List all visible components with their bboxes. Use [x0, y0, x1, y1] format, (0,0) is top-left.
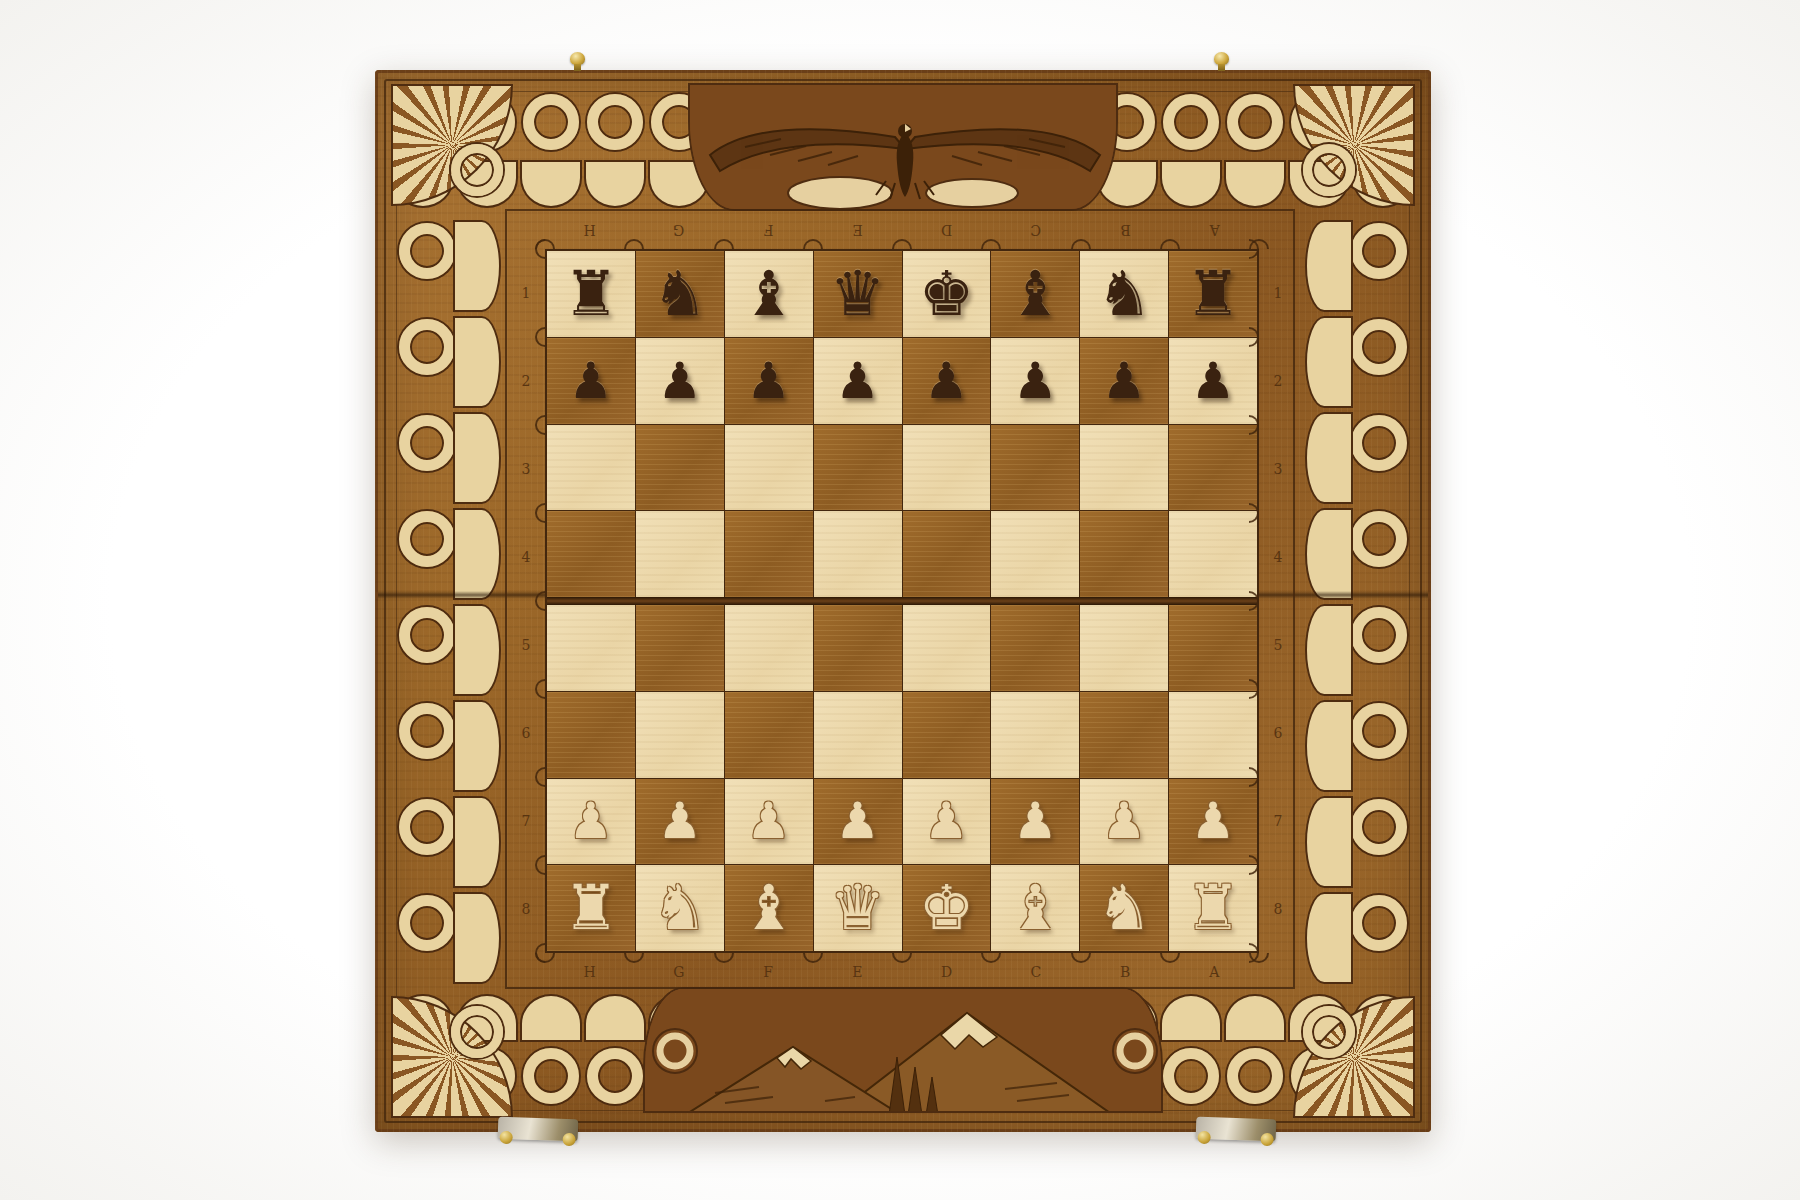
- square-g8: ♞: [1080, 251, 1168, 337]
- piece-white-bishop: ♝: [1008, 877, 1064, 939]
- square-f3: [991, 692, 1079, 778]
- square-h3: [1169, 692, 1257, 778]
- rank-label-6: 6: [507, 689, 545, 777]
- rank-label-5: 5: [507, 601, 545, 689]
- piece-black-bishop: ♝: [741, 263, 797, 325]
- piece-white-bishop: ♝: [741, 877, 797, 939]
- square-c8: ♝: [725, 251, 813, 337]
- file-label-B: B: [1081, 953, 1170, 991]
- eagle-carving-icon: [688, 83, 1118, 211]
- square-a3: [547, 692, 635, 778]
- square-b6: [636, 425, 724, 511]
- scroll-crest-ornament-icon: [1224, 86, 1286, 210]
- scroll-crest-ornament-icon: [391, 796, 503, 888]
- square-d6: [814, 425, 902, 511]
- scroll-crest-ornament-icon: [1303, 700, 1415, 792]
- scroll-crest-ornament-icon: [391, 892, 503, 984]
- scallop-notch-icon: [1071, 239, 1091, 249]
- rank-label-6: 6: [1259, 689, 1297, 777]
- corner-fan-rosette-icon: [391, 84, 513, 206]
- piece-white-knight: ♞: [652, 877, 708, 939]
- square-b2: ♟: [636, 779, 724, 865]
- piece-black-pawn: ♟: [1013, 356, 1058, 406]
- rank-label-2: 2: [507, 337, 545, 425]
- piece-black-pawn: ♟: [746, 356, 791, 406]
- square-f4: [991, 605, 1079, 691]
- board-fold-seam: [547, 597, 1257, 605]
- square-d7: ♟: [814, 338, 902, 424]
- board-bottom-half: ♟♟♟♟♟♟♟♟♜♞♝♛♚♝♞♜: [547, 605, 1257, 951]
- file-label-A: A: [1170, 953, 1259, 991]
- piece-black-pawn: ♟: [835, 356, 880, 406]
- scroll-crest-ornament-icon: [584, 992, 646, 1112]
- file-label-D: D: [902, 953, 991, 991]
- square-g5: [1080, 511, 1168, 597]
- scroll-crest-ornament-icon: [584, 86, 646, 210]
- scroll-crest-ornament-icon: [1303, 892, 1415, 984]
- square-c4: [725, 605, 813, 691]
- square-a5: [547, 511, 635, 597]
- scroll-crest-ornament-icon: [1303, 508, 1415, 600]
- square-c5: [725, 511, 813, 597]
- scroll-crest-ornament-icon: [1303, 220, 1415, 312]
- file-label-F: F: [724, 211, 813, 249]
- square-c2: ♟: [725, 779, 813, 865]
- scroll-crest-ornament-icon: [1303, 316, 1415, 408]
- piece-black-bishop: ♝: [1008, 263, 1064, 325]
- square-g3: [1080, 692, 1168, 778]
- scroll-crest-ornament-icon: [520, 86, 582, 210]
- scroll-crest-ornament-icon: [1303, 604, 1415, 696]
- square-g4: [1080, 605, 1168, 691]
- square-a7: ♟: [547, 338, 635, 424]
- rank-label-2: 2: [1259, 337, 1297, 425]
- square-f2: ♟: [991, 779, 1079, 865]
- scroll-crest-ornament-icon: [391, 412, 503, 504]
- piece-white-king: ♚: [919, 877, 975, 939]
- scroll-crest-ornament-icon: [1160, 992, 1222, 1112]
- rank-label-5: 5: [1259, 601, 1297, 689]
- file-label-G: G: [634, 211, 723, 249]
- square-c7: ♟: [725, 338, 813, 424]
- file-label-H: H: [545, 211, 634, 249]
- scallop-notch-icon: [1249, 239, 1269, 249]
- rank-label-7: 7: [1259, 777, 1297, 865]
- square-d3: [814, 692, 902, 778]
- square-g6: [1080, 425, 1168, 511]
- scallop-notch-icon: [535, 943, 545, 963]
- square-h2: ♟: [1169, 779, 1257, 865]
- square-g1: ♞: [1080, 865, 1168, 951]
- piece-white-knight: ♞: [1096, 877, 1152, 939]
- piece-white-rook: ♜: [1185, 877, 1241, 939]
- rank-label-1: 1: [1259, 249, 1297, 337]
- square-c6: [725, 425, 813, 511]
- chess-board: ♜♞♝♛♚♝♞♜♟♟♟♟♟♟♟♟ ♟♟♟♟♟♟♟♟♜♞♝♛♚♝♞♜: [545, 249, 1259, 953]
- ornament-band-right: [1303, 212, 1415, 992]
- scroll-crest-ornament-icon: [1224, 992, 1286, 1112]
- scroll-crest-ornament-icon: [391, 220, 503, 312]
- scroll-crest-ornament-icon: [1303, 412, 1415, 504]
- rank-label-3: 3: [507, 425, 545, 513]
- file-label-H: H: [545, 953, 634, 991]
- piece-white-pawn: ♟: [1191, 796, 1236, 846]
- rank-label-3: 3: [1259, 425, 1297, 513]
- piece-white-pawn: ♟: [746, 796, 791, 846]
- rank-label-4: 4: [507, 513, 545, 601]
- playing-area: HGFEDCBA HGFEDCBA 12345678 12345678 ♜♞♝♛…: [505, 209, 1295, 989]
- square-b3: [636, 692, 724, 778]
- piece-white-pawn: ♟: [569, 796, 614, 846]
- brass-hinge-knob-icon: [570, 52, 585, 65]
- rank-label-8: 8: [1259, 865, 1297, 953]
- piece-black-rook: ♜: [563, 263, 619, 325]
- piece-black-knight: ♞: [1096, 263, 1152, 325]
- square-a2: ♟: [547, 779, 635, 865]
- square-b7: ♟: [636, 338, 724, 424]
- file-label-G: G: [634, 953, 723, 991]
- rank-label-7: 7: [507, 777, 545, 865]
- square-b5: [636, 511, 724, 597]
- piece-white-pawn: ♟: [657, 796, 702, 846]
- square-d2: ♟: [814, 779, 902, 865]
- scroll-crest-ornament-icon: [391, 604, 503, 696]
- square-b8: ♞: [636, 251, 724, 337]
- piece-black-pawn: ♟: [657, 356, 702, 406]
- square-a8: ♜: [547, 251, 635, 337]
- piece-white-pawn: ♟: [835, 796, 880, 846]
- square-e3: [903, 692, 991, 778]
- square-h1: ♜: [1169, 865, 1257, 951]
- square-h6: [1169, 425, 1257, 511]
- square-a6: [547, 425, 635, 511]
- file-label-C: C: [991, 953, 1080, 991]
- file-label-D: D: [902, 211, 991, 249]
- scroll-crest-ornament-icon: [391, 508, 503, 600]
- piece-black-king: ♚: [919, 263, 975, 325]
- square-h7: ♟: [1169, 338, 1257, 424]
- piece-white-pawn: ♟: [1013, 796, 1058, 846]
- square-f5: [991, 511, 1079, 597]
- ornament-band-left: [391, 212, 503, 992]
- square-e5: [903, 511, 991, 597]
- file-label-F: F: [724, 953, 813, 991]
- rank-label-1: 1: [507, 249, 545, 337]
- brass-hinge-knob-icon: [1214, 52, 1229, 65]
- file-label-E: E: [813, 953, 902, 991]
- square-d1: ♛: [814, 865, 902, 951]
- piece-white-rook: ♜: [563, 877, 619, 939]
- piece-black-pawn: ♟: [1191, 356, 1236, 406]
- product-photo: HGFEDCBA HGFEDCBA 12345678 12345678 ♜♞♝♛…: [0, 0, 1800, 1200]
- square-h8: ♜: [1169, 251, 1257, 337]
- file-label-C: C: [991, 211, 1080, 249]
- scroll-crest-ornament-icon: [1160, 86, 1222, 210]
- square-g7: ♟: [1080, 338, 1168, 424]
- square-d8: ♛: [814, 251, 902, 337]
- scroll-crest-ornament-icon: [391, 316, 503, 408]
- file-label-B: B: [1081, 211, 1170, 249]
- square-b4: [636, 605, 724, 691]
- square-c3: [725, 692, 813, 778]
- square-f7: ♟: [991, 338, 1079, 424]
- piece-black-queen: ♛: [830, 263, 886, 325]
- square-e6: [903, 425, 991, 511]
- square-f1: ♝: [991, 865, 1079, 951]
- scallop-notch-icon: [714, 239, 734, 249]
- board-top-half: ♜♞♝♛♚♝♞♜♟♟♟♟♟♟♟♟: [547, 251, 1257, 597]
- square-g2: ♟: [1080, 779, 1168, 865]
- corner-fan-rosette-icon: [1293, 996, 1415, 1118]
- piece-white-pawn: ♟: [1102, 796, 1147, 846]
- scroll-crest-ornament-icon: [1303, 796, 1415, 888]
- square-f6: [991, 425, 1079, 511]
- square-c1: ♝: [725, 865, 813, 951]
- square-e2: ♟: [903, 779, 991, 865]
- piece-black-knight: ♞: [652, 263, 708, 325]
- square-a1: ♜: [547, 865, 635, 951]
- square-e8: ♚: [903, 251, 991, 337]
- corner-fan-rosette-icon: [1293, 84, 1415, 206]
- corner-fan-rosette-icon: [391, 996, 513, 1118]
- piece-white-queen: ♛: [830, 877, 886, 939]
- piece-black-rook: ♜: [1185, 263, 1241, 325]
- square-f8: ♝: [991, 251, 1079, 337]
- rank-label-4: 4: [1259, 513, 1297, 601]
- square-e1: ♚: [903, 865, 991, 951]
- square-h4: [1169, 605, 1257, 691]
- ararat-carving-icon: [643, 987, 1163, 1113]
- metal-clasp-latch-icon: [1196, 1117, 1277, 1142]
- scroll-crest-ornament-icon: [391, 700, 503, 792]
- square-b1: ♞: [636, 865, 724, 951]
- rank-labels-right: 12345678: [1259, 249, 1297, 953]
- piece-black-pawn: ♟: [924, 356, 969, 406]
- piece-black-pawn: ♟: [1102, 356, 1147, 406]
- scroll-crest-ornament-icon: [520, 992, 582, 1112]
- square-h5: [1169, 511, 1257, 597]
- piece-white-pawn: ♟: [924, 796, 969, 846]
- piece-black-pawn: ♟: [569, 356, 614, 406]
- square-a4: [547, 605, 635, 691]
- square-e4: [903, 605, 991, 691]
- chess-box: HGFEDCBA HGFEDCBA 12345678 12345678 ♜♞♝♛…: [375, 70, 1431, 1132]
- metal-clasp-latch-icon: [498, 1117, 579, 1142]
- square-d4: [814, 605, 902, 691]
- file-label-A: A: [1170, 211, 1259, 249]
- file-label-E: E: [813, 211, 902, 249]
- square-e7: ♟: [903, 338, 991, 424]
- square-d5: [814, 511, 902, 597]
- rank-label-8: 8: [507, 865, 545, 953]
